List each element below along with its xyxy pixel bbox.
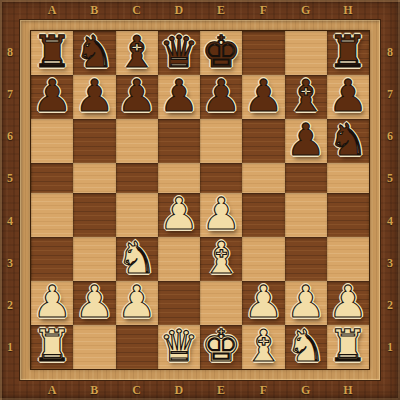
square-e8[interactable]: ♚	[200, 31, 242, 75]
square-b8[interactable]: ♞	[73, 31, 115, 75]
square-c3[interactable]: ♞	[116, 237, 158, 281]
piece-black-pawn-f7[interactable]: ♟	[244, 74, 283, 118]
piece-white-pawn-c2[interactable]: ♟	[117, 280, 156, 324]
square-b5[interactable]	[73, 163, 115, 193]
square-d8[interactable]: ♛	[158, 31, 200, 75]
square-d6[interactable]	[158, 119, 200, 163]
chess-board: ♜♞♝♛♚♜♟♟♟♟♟♟♝♟♟♞♟♟♞♝♟♟♟♟♟♟♜♛♚♝♞♜	[31, 31, 369, 369]
square-d4[interactable]: ♟	[158, 193, 200, 237]
square-f3[interactable]	[242, 237, 284, 281]
square-b2[interactable]: ♟	[73, 281, 115, 325]
rank-labels-left: 87654321	[0, 31, 20, 369]
square-a3[interactable]	[31, 237, 73, 281]
square-h5[interactable]	[327, 163, 369, 193]
file-label-bottom-b: B	[73, 383, 115, 398]
rank-label-left-8: 8	[7, 31, 13, 73]
piece-white-knight-g1[interactable]: ♞	[286, 324, 325, 368]
square-c8[interactable]: ♝	[116, 31, 158, 75]
piece-white-pawn-f2[interactable]: ♟	[244, 280, 283, 324]
piece-black-pawn-h7[interactable]: ♟	[328, 74, 367, 118]
square-f6[interactable]	[242, 119, 284, 163]
rank-label-left-6: 6	[7, 116, 13, 158]
square-c1[interactable]	[116, 325, 158, 369]
piece-white-bishop-f1[interactable]: ♝	[244, 324, 283, 368]
square-c5[interactable]	[116, 163, 158, 193]
rank-label-right-5: 5	[387, 158, 393, 200]
file-label-bottom-d: D	[158, 383, 200, 398]
square-e7[interactable]: ♟	[200, 75, 242, 119]
square-g7[interactable]: ♝	[285, 75, 327, 119]
square-c6[interactable]	[116, 119, 158, 163]
piece-black-knight-h6[interactable]: ♞	[328, 118, 367, 162]
square-h1[interactable]: ♜	[327, 325, 369, 369]
file-label-bottom-f: F	[242, 383, 284, 398]
file-label-bottom-c: C	[116, 383, 158, 398]
square-g1[interactable]: ♞	[285, 325, 327, 369]
square-f4[interactable]	[242, 193, 284, 237]
square-f1[interactable]: ♝	[242, 325, 284, 369]
piece-white-knight-c3[interactable]: ♞	[117, 236, 156, 280]
rank-label-left-3: 3	[7, 242, 13, 284]
piece-black-queen-d8[interactable]: ♛	[159, 30, 198, 74]
rank-label-left-4: 4	[7, 200, 13, 242]
rank-label-left-7: 7	[7, 73, 13, 115]
file-label-bottom-a: A	[31, 383, 73, 398]
file-label-top-c: C	[116, 3, 158, 18]
square-e6[interactable]	[200, 119, 242, 163]
square-f5[interactable]	[242, 163, 284, 193]
square-c2[interactable]: ♟	[116, 281, 158, 325]
square-d3[interactable]	[158, 237, 200, 281]
square-g3[interactable]	[285, 237, 327, 281]
square-h6[interactable]: ♞	[327, 119, 369, 163]
piece-black-pawn-a7[interactable]: ♟	[32, 74, 71, 118]
square-h7[interactable]: ♟	[327, 75, 369, 119]
square-f7[interactable]: ♟	[242, 75, 284, 119]
square-d1[interactable]: ♛	[158, 325, 200, 369]
file-label-top-b: B	[73, 3, 115, 18]
piece-white-king-e1[interactable]: ♚	[201, 324, 240, 368]
piece-white-pawn-d4[interactable]: ♟	[159, 192, 198, 236]
square-b6[interactable]	[73, 119, 115, 163]
square-b1[interactable]	[73, 325, 115, 369]
file-labels-top: ABCDEFGH	[31, 0, 369, 20]
square-a1[interactable]: ♜	[31, 325, 73, 369]
square-d7[interactable]: ♟	[158, 75, 200, 119]
piece-white-rook-h1[interactable]: ♜	[328, 324, 367, 368]
square-b3[interactable]	[73, 237, 115, 281]
square-c4[interactable]	[116, 193, 158, 237]
square-g2[interactable]: ♟	[285, 281, 327, 325]
piece-black-pawn-b7[interactable]: ♟	[75, 74, 114, 118]
piece-black-king-e8[interactable]: ♚	[201, 30, 240, 74]
piece-white-pawn-g2[interactable]: ♟	[286, 280, 325, 324]
piece-white-pawn-b2[interactable]: ♟	[75, 280, 114, 324]
square-g8[interactable]	[285, 31, 327, 75]
file-label-bottom-e: E	[200, 383, 242, 398]
square-e2[interactable]	[200, 281, 242, 325]
square-a8[interactable]: ♜	[31, 31, 73, 75]
square-h2[interactable]: ♟	[327, 281, 369, 325]
piece-black-pawn-d7[interactable]: ♟	[159, 74, 198, 118]
square-b4[interactable]	[73, 193, 115, 237]
rank-label-left-2: 2	[7, 285, 13, 327]
square-f8[interactable]	[242, 31, 284, 75]
square-g5[interactable]	[285, 163, 327, 193]
board-frame: ABCDEFGH ABCDEFGH 87654321 87654321 ♜♞♝♛…	[0, 0, 400, 400]
square-e3[interactable]: ♝	[200, 237, 242, 281]
file-label-top-a: A	[31, 3, 73, 18]
rank-label-right-7: 7	[387, 73, 393, 115]
rank-label-right-6: 6	[387, 116, 393, 158]
file-label-top-g: G	[285, 3, 327, 18]
file-label-top-d: D	[158, 3, 200, 18]
piece-white-pawn-a2[interactable]: ♟	[32, 280, 71, 324]
piece-black-knight-b8[interactable]: ♞	[75, 30, 114, 74]
square-d2[interactable]	[158, 281, 200, 325]
square-h8[interactable]: ♜	[327, 31, 369, 75]
square-f2[interactable]: ♟	[242, 281, 284, 325]
square-a7[interactable]: ♟	[31, 75, 73, 119]
square-g6[interactable]: ♟	[285, 119, 327, 163]
rank-label-left-5: 5	[7, 158, 13, 200]
piece-black-bishop-g7[interactable]: ♝	[286, 74, 325, 118]
square-a2[interactable]: ♟	[31, 281, 73, 325]
rank-label-left-1: 1	[7, 327, 13, 369]
square-g4[interactable]	[285, 193, 327, 237]
piece-white-rook-a1[interactable]: ♜	[32, 324, 71, 368]
rank-label-right-2: 2	[387, 285, 393, 327]
piece-black-bishop-c8[interactable]: ♝	[117, 30, 156, 74]
file-labels-bottom: ABCDEFGH	[31, 380, 369, 400]
square-c7[interactable]: ♟	[116, 75, 158, 119]
file-label-top-f: F	[242, 3, 284, 18]
square-a5[interactable]	[31, 163, 73, 193]
file-label-bottom-g: G	[285, 383, 327, 398]
square-e1[interactable]: ♚	[200, 325, 242, 369]
piece-black-pawn-e7[interactable]: ♟	[201, 74, 240, 118]
rank-label-right-4: 4	[387, 200, 393, 242]
square-b7[interactable]: ♟	[73, 75, 115, 119]
file-label-top-h: H	[327, 3, 369, 18]
piece-black-rook-a8[interactable]: ♜	[32, 30, 71, 74]
rank-label-right-3: 3	[387, 242, 393, 284]
piece-white-queen-d1[interactable]: ♛	[159, 324, 198, 368]
rank-label-right-1: 1	[387, 327, 393, 369]
piece-black-pawn-g6[interactable]: ♟	[286, 118, 325, 162]
piece-white-bishop-e3[interactable]: ♝	[201, 236, 240, 280]
square-a4[interactable]	[31, 193, 73, 237]
piece-white-pawn-h2[interactable]: ♟	[328, 280, 367, 324]
piece-white-pawn-e4[interactable]: ♟	[201, 192, 240, 236]
rank-label-right-8: 8	[387, 31, 393, 73]
square-e4[interactable]: ♟	[200, 193, 242, 237]
rank-labels-right: 87654321	[380, 31, 400, 369]
square-h4[interactable]	[327, 193, 369, 237]
file-label-top-e: E	[200, 3, 242, 18]
file-label-bottom-h: H	[327, 383, 369, 398]
piece-black-pawn-c7[interactable]: ♟	[117, 74, 156, 118]
piece-black-rook-h8[interactable]: ♜	[328, 30, 367, 74]
square-a6[interactable]	[31, 119, 73, 163]
square-h3[interactable]	[327, 237, 369, 281]
